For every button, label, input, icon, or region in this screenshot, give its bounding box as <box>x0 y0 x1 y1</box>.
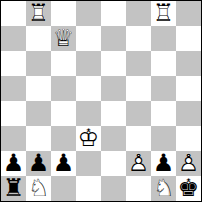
white-knight-piece[interactable]: ♞♘ <box>26 176 51 201</box>
white-king-outline: ♔ <box>76 126 101 151</box>
square-g5[interactable] <box>151 76 176 101</box>
black-pawn-glyph: ♟ <box>1 151 26 176</box>
square-g4[interactable] <box>151 101 176 126</box>
chess-board: ♜♖♜♖♛♕♚♔♟♟♟♟♙♟♟♙♜♞♘♞♘♚ <box>1 1 201 201</box>
square-g8[interactable]: ♜♖ <box>151 1 176 26</box>
square-b4[interactable] <box>26 101 51 126</box>
square-d8[interactable] <box>76 1 101 26</box>
white-queen-piece[interactable]: ♛♕ <box>51 26 76 51</box>
black-king-piece[interactable]: ♚ <box>176 176 201 201</box>
black-rook-piece[interactable]: ♜ <box>1 176 26 201</box>
white-knight-outline: ♘ <box>151 176 176 201</box>
square-f6[interactable] <box>126 51 151 76</box>
square-e3[interactable] <box>101 126 126 151</box>
square-h6[interactable] <box>176 51 201 76</box>
white-knight-piece[interactable]: ♞♘ <box>151 176 176 201</box>
black-pawn-glyph: ♟ <box>151 151 176 176</box>
white-pawn-outline: ♙ <box>126 151 151 176</box>
square-f3[interactable] <box>126 126 151 151</box>
square-h8[interactable] <box>176 1 201 26</box>
square-f8[interactable] <box>126 1 151 26</box>
square-c1[interactable] <box>51 176 76 201</box>
square-g7[interactable] <box>151 26 176 51</box>
black-pawn-glyph: ♟ <box>51 151 76 176</box>
square-d4[interactable] <box>76 101 101 126</box>
square-d7[interactable] <box>76 26 101 51</box>
square-c8[interactable] <box>51 1 76 26</box>
square-a4[interactable] <box>1 101 26 126</box>
square-c3[interactable] <box>51 126 76 151</box>
black-king-glyph: ♚ <box>176 176 201 201</box>
square-g1[interactable]: ♞♘ <box>151 176 176 201</box>
square-d6[interactable] <box>76 51 101 76</box>
square-f7[interactable] <box>126 26 151 51</box>
square-f5[interactable] <box>126 76 151 101</box>
white-knight-outline: ♘ <box>26 176 51 201</box>
square-b5[interactable] <box>26 76 51 101</box>
square-c7[interactable]: ♛♕ <box>51 26 76 51</box>
square-a1[interactable]: ♜ <box>1 176 26 201</box>
square-b1[interactable]: ♞♘ <box>26 176 51 201</box>
square-d2[interactable] <box>76 151 101 176</box>
square-a6[interactable] <box>1 51 26 76</box>
square-c2[interactable]: ♟ <box>51 151 76 176</box>
square-a8[interactable] <box>1 1 26 26</box>
square-c6[interactable] <box>51 51 76 76</box>
square-b6[interactable] <box>26 51 51 76</box>
square-e1[interactable] <box>101 176 126 201</box>
white-queen-outline: ♕ <box>51 26 76 51</box>
square-f2[interactable]: ♟♙ <box>126 151 151 176</box>
square-h4[interactable] <box>176 101 201 126</box>
white-king-piece[interactable]: ♚♔ <box>76 126 101 151</box>
square-d5[interactable] <box>76 76 101 101</box>
white-pawn-piece[interactable]: ♟♙ <box>126 151 151 176</box>
square-g3[interactable] <box>151 126 176 151</box>
square-e8[interactable] <box>101 1 126 26</box>
black-pawn-piece[interactable]: ♟ <box>1 151 26 176</box>
square-h1[interactable]: ♚ <box>176 176 201 201</box>
square-c5[interactable] <box>51 76 76 101</box>
square-b2[interactable]: ♟ <box>26 151 51 176</box>
black-pawn-piece[interactable]: ♟ <box>51 151 76 176</box>
square-e7[interactable] <box>101 26 126 51</box>
square-b8[interactable]: ♜♖ <box>26 1 51 26</box>
square-e6[interactable] <box>101 51 126 76</box>
white-rook-piece[interactable]: ♜♖ <box>151 1 176 26</box>
chess-board-frame: ♜♖♜♖♛♕♚♔♟♟♟♟♙♟♟♙♜♞♘♞♘♚ <box>0 0 202 202</box>
square-e2[interactable] <box>101 151 126 176</box>
black-pawn-piece[interactable]: ♟ <box>26 151 51 176</box>
black-rook-glyph: ♜ <box>1 176 26 201</box>
square-h3[interactable] <box>176 126 201 151</box>
white-pawn-piece[interactable]: ♟♙ <box>176 151 201 176</box>
square-a5[interactable] <box>1 76 26 101</box>
square-d3[interactable]: ♚♔ <box>76 126 101 151</box>
black-pawn-glyph: ♟ <box>26 151 51 176</box>
white-rook-outline: ♖ <box>151 1 176 26</box>
square-e4[interactable] <box>101 101 126 126</box>
white-rook-piece[interactable]: ♜♖ <box>26 1 51 26</box>
square-b3[interactable] <box>26 126 51 151</box>
white-rook-outline: ♖ <box>26 1 51 26</box>
square-f4[interactable] <box>126 101 151 126</box>
white-pawn-outline: ♙ <box>176 151 201 176</box>
square-h7[interactable] <box>176 26 201 51</box>
square-f1[interactable] <box>126 176 151 201</box>
square-d1[interactable] <box>76 176 101 201</box>
black-pawn-piece[interactable]: ♟ <box>151 151 176 176</box>
square-g6[interactable] <box>151 51 176 76</box>
square-a7[interactable] <box>1 26 26 51</box>
square-a3[interactable] <box>1 126 26 151</box>
square-a2[interactable]: ♟ <box>1 151 26 176</box>
square-h2[interactable]: ♟♙ <box>176 151 201 176</box>
square-b7[interactable] <box>26 26 51 51</box>
square-c4[interactable] <box>51 101 76 126</box>
square-g2[interactable]: ♟ <box>151 151 176 176</box>
square-e5[interactable] <box>101 76 126 101</box>
square-h5[interactable] <box>176 76 201 101</box>
